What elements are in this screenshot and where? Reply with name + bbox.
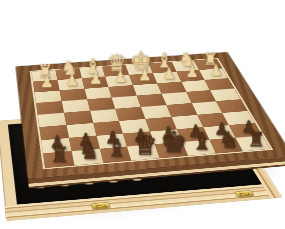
light-p-piece: ♟ (65, 74, 79, 89)
dark-b-piece: ♝ (106, 137, 128, 162)
light-p-piece: ♟ (89, 72, 103, 87)
dark-b-piece: ♝ (191, 130, 213, 154)
light-p-piece: ♟ (40, 75, 54, 90)
dark-r-piece: ♜ (50, 145, 69, 166)
dark-q-piece: ♛ (133, 131, 158, 159)
light-p-piece: ♟ (186, 65, 200, 80)
light-p-piece: ♟ (138, 68, 152, 83)
chess-board: ♜♞♝♛♚♝♞♜♟♟♟♟♟♟♟♟♟♟♟♟♟♟♟♟♜♞♝♛♚♝♞♜ (16, 52, 285, 179)
board-pieces: ♜♞♝♛♚♝♞♜♟♟♟♟♟♟♟♟♟♟♟♟♟♟♟♟♜♞♝♛♚♝♞♜ (32, 59, 271, 168)
dark-k-piece: ♚ (160, 126, 187, 156)
dark-n-piece: ♞ (219, 129, 240, 152)
light-p-piece: ♟ (162, 67, 176, 82)
light-p-piece: ♟ (114, 70, 128, 85)
light-p-piece: ♟ (209, 63, 222, 78)
dark-r-piece: ♜ (247, 129, 266, 150)
product-photo: ♜♞♝♛♚♝♞♜♟♟♟♟♟♟♟♟♟♟♟♟♟♟♟♟♜♞♝♛♚♝♞♜ (0, 0, 285, 229)
dark-n-piece: ♞ (78, 140, 99, 164)
